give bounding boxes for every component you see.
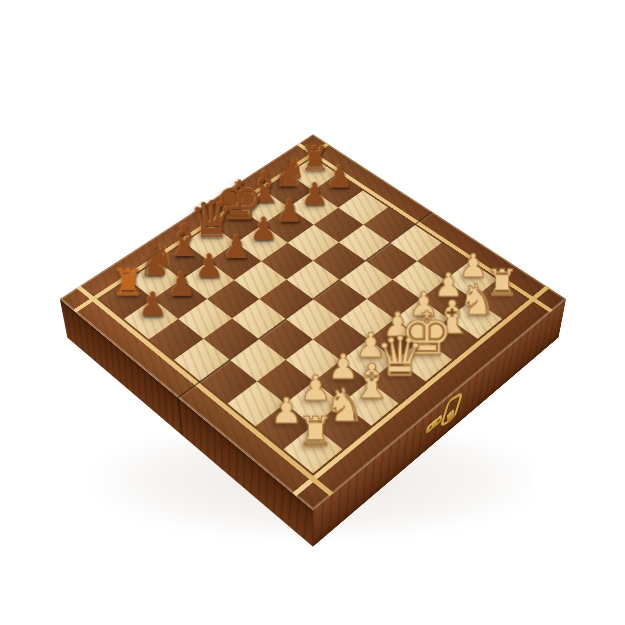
product-photo: ♜♞♝♛♚♝♞♜♟♟♟♟♟♟♟♟♟♟♟♟♟♟♟♟♜♞♝♛♚♝♞♜ xyxy=(0,0,625,625)
dark-pawn-glyph: ♟ xyxy=(120,289,185,321)
light-rook-glyph: ♜ xyxy=(280,413,350,452)
